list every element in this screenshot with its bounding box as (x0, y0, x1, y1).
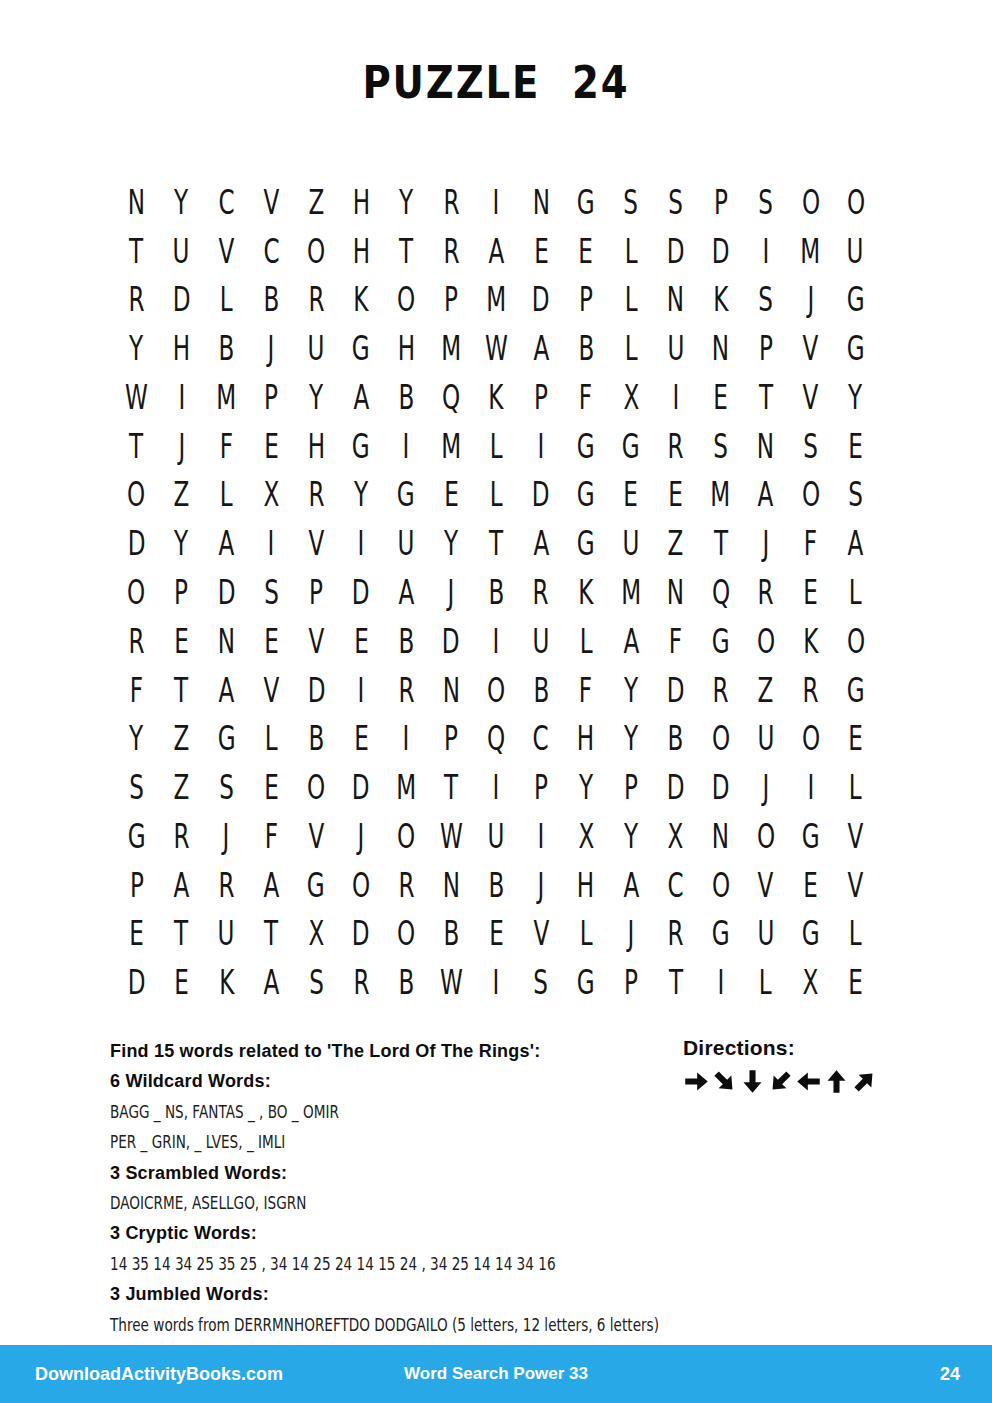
grid-cell: R (788, 666, 833, 715)
grid-cell: N (114, 178, 159, 227)
arrows-row (683, 1068, 893, 1095)
arrow-down-right-icon (711, 1068, 738, 1095)
grid-cell: U (743, 714, 788, 763)
grid-cell: O (833, 617, 878, 666)
grid-cell: A (518, 519, 563, 568)
grid-cell: I (743, 227, 788, 276)
grid-cell: O (384, 812, 429, 861)
grid-cell: O (474, 666, 519, 715)
clue-words-line: BAGG _ NS, FANTAS _ , BO _ OMIR (110, 1097, 690, 1127)
grid-cell: S (698, 422, 743, 471)
grid-cell: D (518, 276, 563, 325)
grid-cell: A (474, 227, 519, 276)
clue-words-line: 14 35 14 34 25 35 25 , 34 14 25 24 14 15… (110, 1249, 690, 1279)
grid-cell: H (339, 227, 384, 276)
grid-cell: T (114, 422, 159, 471)
grid-cell: Y (608, 666, 653, 715)
grid-cell: J (429, 568, 474, 617)
footer-bar: DownloadActivityBooks.com Word Search Po… (0, 1345, 992, 1403)
grid-cell: D (653, 763, 698, 812)
grid-cell: Z (653, 519, 698, 568)
footer-page-number: 24 (940, 1345, 960, 1403)
grid-cell: L (833, 763, 878, 812)
grid-cell: X (249, 471, 294, 520)
grid-cell: E (833, 422, 878, 471)
grid-cell: K (474, 373, 519, 422)
grid-cell: L (608, 276, 653, 325)
grid-cell: O (788, 471, 833, 520)
grid-cell: R (159, 812, 204, 861)
directions-label: Directions: (683, 1036, 893, 1060)
grid-cell: Z (159, 714, 204, 763)
grid-cell: T (429, 763, 474, 812)
grid-cell: U (474, 812, 519, 861)
grid-cell: P (698, 178, 743, 227)
grid-cell: S (788, 422, 833, 471)
grid-cell: S (249, 568, 294, 617)
grid-cell: J (339, 812, 384, 861)
clue-words-line: PER _ GRIN, _ LVES, _ IMLI (110, 1127, 690, 1157)
grid-cell: I (339, 666, 384, 715)
grid-cell: Y (114, 714, 159, 763)
grid-cell: V (788, 324, 833, 373)
grid-cell: J (249, 324, 294, 373)
grid-cell: K (339, 276, 384, 325)
grid-cell: Y (294, 373, 339, 422)
grid-cell: O (788, 178, 833, 227)
grid-cell: A (833, 519, 878, 568)
grid-cell: H (563, 861, 608, 910)
grid-cell: M (429, 324, 474, 373)
grid-cell: K (563, 568, 608, 617)
grid-cell: C (653, 861, 698, 910)
clues-section: Find 15 words related to 'The Lord Of Th… (110, 1036, 690, 1340)
grid-cell: W (429, 958, 474, 1007)
grid-cell: O (788, 714, 833, 763)
grid-cell: O (698, 861, 743, 910)
grid-cell: Y (608, 812, 653, 861)
grid-cell: S (608, 178, 653, 227)
grid-cell: P (608, 958, 653, 1007)
grid-cell: J (518, 861, 563, 910)
grid-cell: E (159, 958, 204, 1007)
grid-cell: E (474, 909, 519, 958)
grid-cell: T (249, 909, 294, 958)
grid-cell: I (698, 958, 743, 1007)
grid-cell: S (294, 958, 339, 1007)
grid-cell: L (563, 617, 608, 666)
grid-cell: E (114, 909, 159, 958)
grid-cell: E (563, 227, 608, 276)
grid-cell: A (608, 861, 653, 910)
grid-cell: N (698, 324, 743, 373)
grid-cell: O (743, 617, 788, 666)
grid-cell: F (653, 617, 698, 666)
grid-cell: R (114, 276, 159, 325)
grid-cell: R (114, 617, 159, 666)
grid-cell: R (294, 471, 339, 520)
grid-cell: I (518, 422, 563, 471)
grid-cell: J (159, 422, 204, 471)
grid-cell: R (204, 861, 249, 910)
grid-cell: U (384, 519, 429, 568)
grid-cell: G (833, 666, 878, 715)
grid-cell: H (339, 178, 384, 227)
grid-cell: V (788, 373, 833, 422)
clue-heading: 3 Cryptic Words: (110, 1218, 690, 1248)
grid-cell: O (294, 227, 339, 276)
grid-cell: A (204, 666, 249, 715)
grid-cell: X (294, 909, 339, 958)
grid-cell: A (249, 861, 294, 910)
grid-cell: G (294, 861, 339, 910)
clue-heading: 3 Jumbled Words: (110, 1279, 690, 1309)
grid-cell: E (159, 617, 204, 666)
grid-cell: P (518, 373, 563, 422)
grid-cell: S (204, 763, 249, 812)
puzzle-page: PUZZLE 24 NYCVZHYRINGSSPSOOTUVCOHTRAEELD… (0, 0, 992, 1403)
grid-cell: U (833, 227, 878, 276)
grid-cell: B (249, 276, 294, 325)
grid-cell: C (204, 178, 249, 227)
grid-cell: V (249, 178, 294, 227)
grid-cell: R (384, 666, 429, 715)
grid-cell: Z (743, 666, 788, 715)
grid-cell: T (743, 373, 788, 422)
grid-cell: J (788, 276, 833, 325)
grid-cell: U (518, 617, 563, 666)
grid-cell: G (833, 324, 878, 373)
grid-cell: P (159, 568, 204, 617)
grid-cell: E (249, 763, 294, 812)
grid-cell: J (743, 519, 788, 568)
grid-cell: E (833, 958, 878, 1007)
grid-cell: D (114, 958, 159, 1007)
grid-cell: O (384, 909, 429, 958)
grid-cell: T (159, 666, 204, 715)
grid-cell: Y (114, 324, 159, 373)
grid-cell: P (429, 276, 474, 325)
grid-cell: Y (429, 519, 474, 568)
grid-cell: P (743, 324, 788, 373)
grid-cell: H (384, 324, 429, 373)
grid-cell: N (204, 617, 249, 666)
grid-cell: Z (159, 763, 204, 812)
grid-cell: L (608, 227, 653, 276)
grid-cell: D (698, 227, 743, 276)
grid-cell: M (608, 568, 653, 617)
grid-cell: U (159, 227, 204, 276)
grid-cell: H (159, 324, 204, 373)
grid-cell: V (743, 861, 788, 910)
grid-cell: D (339, 763, 384, 812)
grid-cell: F (114, 666, 159, 715)
grid-cell: D (339, 568, 384, 617)
grid-cell: U (653, 324, 698, 373)
grid-cell: D (159, 276, 204, 325)
grid-cell: W (114, 373, 159, 422)
grid-cell: R (653, 909, 698, 958)
grid-cell: Q (429, 373, 474, 422)
grid-cell: G (563, 958, 608, 1007)
grid-cell: T (474, 519, 519, 568)
grid-cell: V (294, 519, 339, 568)
grid-cell: W (474, 324, 519, 373)
grid-cell: R (429, 178, 474, 227)
grid-cell: O (743, 812, 788, 861)
grid-cell: X (788, 958, 833, 1007)
grid-cell: Y (563, 763, 608, 812)
grid-cell: P (563, 276, 608, 325)
clue-words-line: DAOICRME, ASELLGO, ISGRN (110, 1188, 690, 1218)
grid-cell: Y (159, 178, 204, 227)
grid-cell: D (339, 909, 384, 958)
grid-cell: P (608, 763, 653, 812)
grid-cell: H (294, 422, 339, 471)
grid-cell: L (563, 909, 608, 958)
grid-cell: U (608, 519, 653, 568)
grid-cell: R (429, 227, 474, 276)
grid-cell: G (698, 909, 743, 958)
grid-cell: M (788, 227, 833, 276)
grid-cell: R (743, 568, 788, 617)
grid-cell: T (159, 909, 204, 958)
grid-cell: V (833, 861, 878, 910)
grid-cell: K (698, 276, 743, 325)
grid-cell: E (339, 617, 384, 666)
grid-cell: D (429, 617, 474, 666)
grid-cell: U (294, 324, 339, 373)
grid-cell: G (608, 422, 653, 471)
grid-cell: I (474, 178, 519, 227)
grid-cell: K (204, 958, 249, 1007)
grid-cell: I (249, 519, 294, 568)
grid-cell: D (294, 666, 339, 715)
grid-cell: O (384, 276, 429, 325)
grid-cell: G (563, 471, 608, 520)
grid-cell: E (249, 617, 294, 666)
grid-cell: T (698, 519, 743, 568)
directions-panel: Directions: (683, 1036, 893, 1095)
grid-cell: D (114, 519, 159, 568)
grid-cell: A (384, 568, 429, 617)
grid-cell: N (429, 861, 474, 910)
grid-cell: A (339, 373, 384, 422)
grid-cell: Y (608, 714, 653, 763)
footer-book-title: Word Search Power 33 (0, 1345, 992, 1403)
grid-cell: V (833, 812, 878, 861)
grid-cell: I (384, 422, 429, 471)
grid-cell: V (294, 812, 339, 861)
grid-cell: R (384, 861, 429, 910)
grid-cell: B (384, 958, 429, 1007)
grid-cell: X (653, 812, 698, 861)
grid-cell: Q (474, 714, 519, 763)
grid-cell: L (204, 276, 249, 325)
grid-cell: I (474, 617, 519, 666)
grid-cell: L (833, 909, 878, 958)
grid-cell: S (743, 178, 788, 227)
grid-cell: N (518, 178, 563, 227)
grid-cell: F (563, 666, 608, 715)
grid-cell: E (653, 471, 698, 520)
grid-cell: F (249, 812, 294, 861)
grid-cell: Z (294, 178, 339, 227)
arrow-left-icon (795, 1068, 822, 1095)
grid-cell: P (518, 763, 563, 812)
grid-cell: O (698, 714, 743, 763)
grid-cell: T (384, 227, 429, 276)
grid-cell: L (204, 471, 249, 520)
word-search-grid: NYCVZHYRINGSSPSOOTUVCOHTRAEELDDIMURDLBRK… (114, 178, 878, 1007)
grid-cell: I (653, 373, 698, 422)
clue-words-line: Three words from DERRMNHOREFTDO DODGAILO… (110, 1310, 690, 1340)
grid-cell: D (204, 568, 249, 617)
grid-cell: B (384, 617, 429, 666)
grid-cell: D (518, 471, 563, 520)
grid-cell: S (833, 471, 878, 520)
grid-cell: A (743, 471, 788, 520)
grid-cell: G (114, 812, 159, 861)
grid-cell: D (653, 227, 698, 276)
grid-cell: B (474, 861, 519, 910)
grid-cell: J (204, 812, 249, 861)
grid-cell: E (339, 714, 384, 763)
grid-cell: G (204, 714, 249, 763)
grid-cell: I (474, 763, 519, 812)
grid-cell: T (653, 958, 698, 1007)
grid-cell: E (608, 471, 653, 520)
grid-cell: E (833, 714, 878, 763)
grid-cell: K (788, 617, 833, 666)
grid-cell: Y (159, 519, 204, 568)
grid-cell: P (294, 568, 339, 617)
grid-cell: X (563, 812, 608, 861)
grid-cell: N (698, 812, 743, 861)
grid-cell: G (788, 812, 833, 861)
grid-cell: B (653, 714, 698, 763)
grid-cell: G (563, 422, 608, 471)
clue-lines: 6 Wildcard Words:BAGG _ NS, FANTAS _ , B… (110, 1066, 690, 1340)
grid-cell: N (743, 422, 788, 471)
grid-cell: J (608, 909, 653, 958)
grid-cell: R (653, 422, 698, 471)
grid-cell: U (743, 909, 788, 958)
grid-cell: W (429, 812, 474, 861)
grid-cell: A (159, 861, 204, 910)
grid-cell: S (743, 276, 788, 325)
grid-cell: N (653, 276, 698, 325)
clue-heading: 3 Scrambled Words: (110, 1158, 690, 1188)
grid-cell: L (474, 471, 519, 520)
grid-cell: Y (339, 471, 384, 520)
grid-cell: A (608, 617, 653, 666)
grid-cell: Y (833, 373, 878, 422)
grid-cell: V (249, 666, 294, 715)
grid-cell: L (474, 422, 519, 471)
grid-cell: B (384, 373, 429, 422)
grid-cell: E (788, 861, 833, 910)
grid-cell: M (204, 373, 249, 422)
grid-cell: P (249, 373, 294, 422)
grid-cell: E (249, 422, 294, 471)
grid-cell: N (653, 568, 698, 617)
grid-cell: O (339, 861, 384, 910)
grid-cell: L (833, 568, 878, 617)
grid-cell: I (788, 763, 833, 812)
grid-cell: A (518, 324, 563, 373)
grid-cell: I (339, 519, 384, 568)
grid-cell: D (698, 763, 743, 812)
grid-cell: B (563, 324, 608, 373)
grid-cell: V (204, 227, 249, 276)
grid-cell: V (294, 617, 339, 666)
grid-cell: L (249, 714, 294, 763)
arrow-up-right-icon (851, 1068, 878, 1095)
grid-cell: R (339, 958, 384, 1007)
grid-cell: L (743, 958, 788, 1007)
puzzle-title: PUZZLE 24 (40, 57, 953, 108)
grid-cell: E (518, 227, 563, 276)
grid-cell: C (249, 227, 294, 276)
grid-cell: R (294, 276, 339, 325)
grid-cell: G (563, 178, 608, 227)
find-instruction: Find 15 words related to 'The Lord Of Th… (110, 1036, 690, 1066)
grid-cell: Z (159, 471, 204, 520)
grid-cell: C (518, 714, 563, 763)
grid-cell: U (204, 909, 249, 958)
grid-cell: X (608, 373, 653, 422)
grid-cell: F (788, 519, 833, 568)
grid-cell: Q (698, 568, 743, 617)
grid-cell: O (833, 178, 878, 227)
grid-cell: M (474, 276, 519, 325)
grid-cell: H (563, 714, 608, 763)
grid-cell: F (204, 422, 249, 471)
grid-cell: P (429, 714, 474, 763)
grid-cell: M (384, 763, 429, 812)
grid-cell: O (294, 763, 339, 812)
grid-cell: T (114, 227, 159, 276)
grid-cell: D (653, 666, 698, 715)
grid-cell: B (474, 568, 519, 617)
grid-cell: O (114, 471, 159, 520)
grid-cell: A (249, 958, 294, 1007)
grid-cell: G (788, 909, 833, 958)
grid-cell: R (518, 568, 563, 617)
grid-cell: B (294, 714, 339, 763)
grid-cell: E (788, 568, 833, 617)
grid-cell: G (563, 519, 608, 568)
grid-cell: S (653, 178, 698, 227)
grid-cell: I (518, 812, 563, 861)
arrow-down-left-icon (767, 1068, 794, 1095)
grid-cell: M (698, 471, 743, 520)
grid-cell: S (114, 763, 159, 812)
grid-cell: B (204, 324, 249, 373)
grid-cell: N (429, 666, 474, 715)
grid-cell: J (743, 763, 788, 812)
grid-cell: L (608, 324, 653, 373)
grid-cell: G (833, 276, 878, 325)
grid-cell: A (204, 519, 249, 568)
grid-cell: B (518, 666, 563, 715)
grid-cell: G (384, 471, 429, 520)
grid-cell: V (518, 909, 563, 958)
grid-cell: P (114, 861, 159, 910)
grid-cell: R (698, 666, 743, 715)
grid-cell: I (159, 373, 204, 422)
